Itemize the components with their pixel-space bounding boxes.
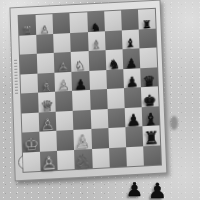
square-g4[interactable]: ♙ <box>74 129 92 149</box>
square-c1[interactable] <box>20 54 38 74</box>
square-e1[interactable] <box>21 93 39 113</box>
off-board-piece-shadow <box>170 116 178 130</box>
square-b2[interactable] <box>36 33 54 53</box>
piece-white-pawn: ♙ <box>41 154 58 173</box>
square-e3[interactable] <box>55 91 73 111</box>
square-b5[interactable]: ♗ <box>87 31 105 51</box>
square-d2[interactable]: ♗ <box>38 72 56 92</box>
square-b7[interactable]: ♝ <box>122 29 140 49</box>
square-g2[interactable] <box>39 131 57 151</box>
square-f1[interactable] <box>22 112 40 132</box>
square-e2[interactable]: ♕ <box>38 92 56 112</box>
square-f5[interactable] <box>90 109 108 129</box>
board-brand-text-smudge <box>14 60 18 96</box>
square-d6[interactable] <box>106 69 124 89</box>
square-b8[interactable] <box>139 28 157 48</box>
square-a8[interactable]: ♜ <box>138 9 156 29</box>
square-e6[interactable] <box>107 88 125 108</box>
square-h8[interactable] <box>143 145 161 166</box>
square-d7[interactable]: ♟ <box>123 68 141 88</box>
square-f6[interactable] <box>107 108 125 128</box>
square-d5[interactable] <box>89 70 107 90</box>
chess-board-grid: ♖♙♞♜♗♝♙♘♞♟♗♙♟♟♛♕♚♙♟♝♔♙♜♙♘ <box>18 8 162 173</box>
square-c3[interactable]: ♙ <box>54 52 72 72</box>
square-b1[interactable] <box>19 34 37 54</box>
square-e4[interactable] <box>72 90 90 110</box>
captured-black-pawn: ♟ <box>126 180 143 199</box>
square-b6[interactable] <box>105 30 123 50</box>
square-c8[interactable] <box>139 47 157 67</box>
square-g6[interactable] <box>108 127 126 147</box>
square-c5[interactable] <box>88 50 106 70</box>
captured-black-pawn: ♟ <box>148 181 167 200</box>
square-h7[interactable] <box>126 146 144 167</box>
square-d1[interactable] <box>20 73 38 93</box>
square-a1[interactable]: ♖ <box>19 15 37 35</box>
square-f2[interactable]: ♙ <box>39 111 57 131</box>
square-d4[interactable]: ♟ <box>72 70 90 90</box>
square-g1[interactable]: ♔ <box>22 132 40 152</box>
square-g5[interactable] <box>91 128 109 148</box>
square-h1[interactable] <box>23 151 41 172</box>
square-g8[interactable]: ♜ <box>142 125 160 145</box>
square-f7[interactable]: ♟ <box>124 107 142 127</box>
square-a6[interactable] <box>104 11 122 31</box>
square-g3[interactable] <box>57 130 75 150</box>
square-d8[interactable]: ♛ <box>140 67 158 87</box>
square-e5[interactable] <box>89 89 107 109</box>
square-c4[interactable]: ♘ <box>71 51 89 71</box>
square-a5[interactable]: ♞ <box>87 11 105 31</box>
square-e7[interactable] <box>124 87 142 107</box>
square-a2[interactable]: ♙ <box>36 14 54 34</box>
square-h2[interactable]: ♙ <box>40 150 58 171</box>
square-a4[interactable] <box>70 12 88 32</box>
square-e8[interactable]: ♚ <box>141 86 159 106</box>
board-border: ♞ ♖♙♞♜♗♝♙♘♞♟♗♙♟♟♛♕♚♙♟♝♔♙♜♙♘ <box>9 0 167 181</box>
square-b3[interactable] <box>53 33 71 53</box>
square-h6[interactable] <box>109 147 127 168</box>
square-d3[interactable]: ♙ <box>55 71 73 91</box>
square-f4[interactable] <box>73 109 91 129</box>
square-f3[interactable] <box>56 110 74 130</box>
square-a7[interactable] <box>121 10 139 30</box>
piece-white-knight: ♘ <box>75 152 92 171</box>
chessboard-photo: ♞ ♖♙♞♜♗♝♙♘♞♟♗♙♟♟♛♕♚♙♟♝♔♙♜♙♘ ♟ ♟ <box>0 0 200 200</box>
square-b4[interactable] <box>70 32 88 52</box>
square-g7[interactable] <box>125 126 143 146</box>
square-c6[interactable]: ♞ <box>105 49 123 69</box>
square-f8[interactable]: ♝ <box>142 106 160 126</box>
square-a3[interactable] <box>53 13 71 33</box>
square-h3[interactable] <box>57 149 75 170</box>
square-c7[interactable]: ♟ <box>122 48 140 68</box>
square-h4[interactable]: ♘ <box>74 149 92 170</box>
square-c2[interactable] <box>37 53 55 73</box>
square-h5[interactable] <box>92 148 110 169</box>
